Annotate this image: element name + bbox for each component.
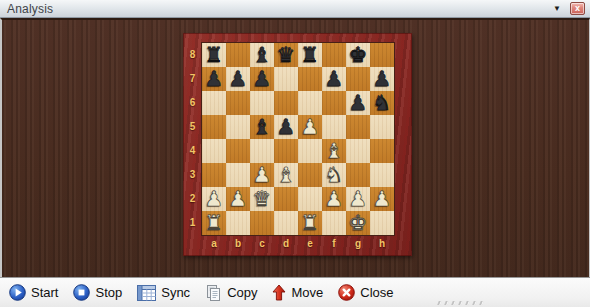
piece-white-queen[interactable]: ♛ (250, 187, 274, 211)
square-d7[interactable] (274, 67, 298, 91)
piece-white-pawn[interactable]: ♟ (370, 187, 394, 211)
square-a5[interactable] (202, 115, 226, 139)
titlebar: Analysis ▼ x (0, 0, 590, 18)
move-icon (272, 284, 286, 301)
square-c4[interactable] (250, 139, 274, 163)
file-label-h: h (370, 236, 394, 254)
square-b8[interactable] (226, 43, 250, 67)
square-g3[interactable] (346, 163, 370, 187)
close-icon (338, 284, 355, 301)
square-h2[interactable]: ♟ (370, 187, 394, 211)
file-label-b: b (226, 236, 250, 254)
piece-black-pawn[interactable]: ♟ (370, 67, 394, 91)
square-d5[interactable]: ♟ (274, 115, 298, 139)
stop-label: Stop (95, 285, 122, 300)
square-g6[interactable]: ♟ (346, 91, 370, 115)
square-h5[interactable] (370, 115, 394, 139)
square-f2[interactable]: ♟ (322, 187, 346, 211)
square-g1[interactable]: ♚ (346, 211, 370, 235)
square-e2[interactable] (298, 187, 322, 211)
square-g2[interactable]: ♟ (346, 187, 370, 211)
square-h1[interactable] (370, 211, 394, 235)
square-a1[interactable]: ♜ (202, 211, 226, 235)
square-b7[interactable]: ♟ (226, 67, 250, 91)
square-f6[interactable] (322, 91, 346, 115)
piece-black-bishop[interactable]: ♝ (250, 115, 274, 139)
square-f4[interactable]: ♝ (322, 139, 346, 163)
piece-black-knight[interactable]: ♞ (370, 91, 394, 115)
rank-labels: 87654321 (183, 43, 202, 235)
piece-white-pawn[interactable]: ♟ (298, 115, 322, 139)
square-c3[interactable]: ♟ (250, 163, 274, 187)
piece-black-pawn[interactable]: ♟ (346, 91, 370, 115)
square-b3[interactable] (226, 163, 250, 187)
square-h8[interactable] (370, 43, 394, 67)
square-f7[interactable]: ♟ (322, 67, 346, 91)
square-a2[interactable]: ♟ (202, 187, 226, 211)
square-d3[interactable]: ♝ (274, 163, 298, 187)
file-label-c: c (250, 236, 274, 254)
piece-white-pawn[interactable]: ♟ (346, 187, 370, 211)
square-e5[interactable]: ♟ (298, 115, 322, 139)
move-label: Move (291, 285, 323, 300)
start-icon (9, 284, 26, 301)
square-c2[interactable]: ♛ (250, 187, 274, 211)
file-label-e: e (298, 236, 322, 254)
square-b1[interactable] (226, 211, 250, 235)
square-a4[interactable] (202, 139, 226, 163)
analysis-panel-background: 87654321 ♜♝♛♜♚♟♟♟♟♟♟♞♝♟♟♝♟♝♞♟♟♛♟♟♟♜♜♚ ab… (0, 18, 590, 277)
start-label: Start (31, 285, 58, 300)
analysis-toolbar: Start Stop Sync C (0, 277, 590, 307)
titlebar-close-button[interactable]: x (570, 2, 585, 15)
square-c5[interactable]: ♝ (250, 115, 274, 139)
piece-white-knight[interactable]: ♞ (322, 163, 346, 187)
file-label-g: g (346, 236, 370, 254)
file-label-a: a (202, 236, 226, 254)
file-label-d: d (274, 236, 298, 254)
square-g8[interactable]: ♚ (346, 43, 370, 67)
square-e7[interactable] (298, 67, 322, 91)
square-h6[interactable]: ♞ (370, 91, 394, 115)
piece-white-king[interactable]: ♚ (346, 211, 370, 235)
piece-black-pawn[interactable]: ♟ (250, 67, 274, 91)
resize-grip[interactable] (438, 301, 483, 305)
stop-icon (73, 284, 90, 301)
stop-button[interactable]: Stop (73, 284, 122, 301)
rank-label-6: 6 (183, 91, 202, 115)
file-labels: abcdefgh (202, 236, 394, 254)
chess-board: 87654321 ♜♝♛♜♚♟♟♟♟♟♟♞♝♟♟♝♟♝♞♟♟♛♟♟♟♜♜♚ ab… (183, 33, 412, 256)
square-f3[interactable]: ♞ (322, 163, 346, 187)
square-f8[interactable] (322, 43, 346, 67)
square-a3[interactable] (202, 163, 226, 187)
sync-icon (137, 285, 156, 301)
piece-black-pawn[interactable]: ♟ (322, 67, 346, 91)
square-d4[interactable] (274, 139, 298, 163)
piece-white-rook[interactable]: ♜ (202, 211, 226, 235)
move-button[interactable]: Move (272, 284, 323, 301)
square-d8[interactable]: ♛ (274, 43, 298, 67)
square-d1[interactable] (274, 211, 298, 235)
piece-black-bishop[interactable]: ♝ (250, 43, 274, 67)
window-title: Analysis (7, 2, 53, 16)
square-f5[interactable] (322, 115, 346, 139)
rank-label-1: 1 (183, 211, 202, 235)
square-e3[interactable] (298, 163, 322, 187)
piece-black-rook[interactable]: ♜ (202, 43, 226, 67)
close-label: Close (360, 285, 393, 300)
piece-white-rook[interactable]: ♜ (298, 211, 322, 235)
titlebar-menu-icon[interactable]: ▼ (553, 4, 561, 14)
rank-label-5: 5 (183, 115, 202, 139)
piece-white-bishop[interactable]: ♝ (322, 139, 346, 163)
piece-black-pawn[interactable]: ♟ (226, 67, 250, 91)
square-d2[interactable] (274, 187, 298, 211)
sync-label: Sync (161, 285, 190, 300)
piece-white-pawn[interactable]: ♟ (250, 163, 274, 187)
sync-button[interactable]: Sync (137, 285, 190, 301)
square-c8[interactable]: ♝ (250, 43, 274, 67)
piece-black-rook[interactable]: ♜ (298, 43, 322, 67)
piece-black-pawn[interactable]: ♟ (202, 67, 226, 91)
square-d6[interactable] (274, 91, 298, 115)
square-e1[interactable]: ♜ (298, 211, 322, 235)
square-b4[interactable] (226, 139, 250, 163)
square-e8[interactable]: ♜ (298, 43, 322, 67)
square-h4[interactable] (370, 139, 394, 163)
square-f1[interactable] (322, 211, 346, 235)
rank-label-8: 8 (183, 43, 202, 67)
square-e4[interactable] (298, 139, 322, 163)
square-c7[interactable]: ♟ (250, 67, 274, 91)
rank-label-3: 3 (183, 163, 202, 187)
board-grid: ♜♝♛♜♚♟♟♟♟♟♟♞♝♟♟♝♟♝♞♟♟♛♟♟♟♜♜♚ (202, 43, 394, 235)
square-c1[interactable] (250, 211, 274, 235)
square-b5[interactable] (226, 115, 250, 139)
square-c6[interactable] (250, 91, 274, 115)
square-a8[interactable]: ♜ (202, 43, 226, 67)
start-button[interactable]: Start (9, 284, 58, 301)
square-g4[interactable] (346, 139, 370, 163)
square-b6[interactable] (226, 91, 250, 115)
piece-white-pawn[interactable]: ♟ (226, 187, 250, 211)
file-label-f: f (322, 236, 346, 254)
piece-black-pawn[interactable]: ♟ (274, 115, 298, 139)
copy-button[interactable]: Copy (205, 284, 257, 301)
piece-white-pawn[interactable]: ♟ (322, 187, 346, 211)
piece-white-bishop[interactable]: ♝ (274, 163, 298, 187)
square-a7[interactable]: ♟ (202, 67, 226, 91)
close-button[interactable]: Close (338, 284, 393, 301)
square-a6[interactable] (202, 91, 226, 115)
square-g7[interactable] (346, 67, 370, 91)
copy-label: Copy (227, 285, 257, 300)
square-g5[interactable] (346, 115, 370, 139)
piece-black-king[interactable]: ♚ (346, 43, 370, 67)
piece-black-queen[interactable]: ♛ (274, 43, 298, 67)
copy-icon (205, 284, 222, 301)
rank-label-4: 4 (183, 139, 202, 163)
square-h3[interactable] (370, 163, 394, 187)
rank-label-2: 2 (183, 187, 202, 211)
square-b2[interactable]: ♟ (226, 187, 250, 211)
rank-label-7: 7 (183, 67, 202, 91)
square-h7[interactable]: ♟ (370, 67, 394, 91)
square-e6[interactable] (298, 91, 322, 115)
piece-white-pawn[interactable]: ♟ (202, 187, 226, 211)
